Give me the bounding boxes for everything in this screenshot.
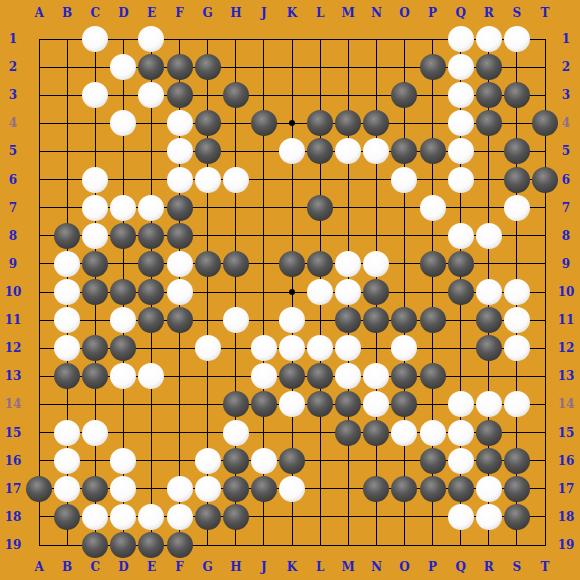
intersection-K11[interactable] xyxy=(278,306,306,334)
intersection-R8[interactable] xyxy=(475,222,503,250)
black-stone-D8[interactable] xyxy=(110,223,136,249)
black-stone-C9[interactable] xyxy=(82,251,108,277)
black-stone-C17[interactable] xyxy=(82,476,108,502)
intersection-N16[interactable] xyxy=(362,447,390,475)
black-stone-G2[interactable] xyxy=(195,54,221,80)
intersection-B6[interactable] xyxy=(53,166,81,194)
intersection-T6[interactable] xyxy=(531,166,559,194)
intersection-G16[interactable] xyxy=(194,447,222,475)
white-stone-G16[interactable] xyxy=(195,448,221,474)
intersection-N11[interactable] xyxy=(362,306,390,334)
black-stone-D12[interactable] xyxy=(110,335,136,361)
intersection-C8[interactable] xyxy=(81,222,109,250)
white-stone-R17[interactable] xyxy=(476,476,502,502)
intersection-A9[interactable] xyxy=(25,250,53,278)
intersection-K7[interactable] xyxy=(278,194,306,222)
black-stone-C10[interactable] xyxy=(82,279,108,305)
intersection-J1[interactable] xyxy=(250,25,278,53)
intersection-Q5[interactable] xyxy=(447,137,475,165)
intersection-R19[interactable] xyxy=(475,531,503,559)
intersection-D4[interactable] xyxy=(109,109,137,137)
intersection-L12[interactable] xyxy=(306,334,334,362)
black-stone-H17[interactable] xyxy=(223,476,249,502)
white-stone-D18[interactable] xyxy=(110,504,136,530)
white-stone-G17[interactable] xyxy=(195,476,221,502)
white-stone-H11[interactable] xyxy=(223,307,249,333)
intersection-B8[interactable] xyxy=(53,222,81,250)
black-stone-E11[interactable] xyxy=(138,307,164,333)
intersection-T16[interactable] xyxy=(531,447,559,475)
intersection-R16[interactable] xyxy=(475,447,503,475)
white-stone-M12[interactable] xyxy=(335,335,361,361)
black-stone-S18[interactable] xyxy=(504,504,530,530)
intersection-C11[interactable] xyxy=(81,306,109,334)
intersection-B10[interactable] xyxy=(53,278,81,306)
black-stone-D19[interactable] xyxy=(110,532,136,558)
intersection-F18[interactable] xyxy=(166,503,194,531)
black-stone-E9[interactable] xyxy=(138,251,164,277)
intersection-F12[interactable] xyxy=(166,334,194,362)
intersection-A6[interactable] xyxy=(25,166,53,194)
intersection-A7[interactable] xyxy=(25,194,53,222)
intersection-E13[interactable] xyxy=(137,362,165,390)
intersection-E14[interactable] xyxy=(137,390,165,418)
intersection-H10[interactable] xyxy=(222,278,250,306)
intersection-B12[interactable] xyxy=(53,334,81,362)
black-stone-S3[interactable] xyxy=(504,82,530,108)
intersection-B5[interactable] xyxy=(53,137,81,165)
intersection-C17[interactable] xyxy=(81,475,109,503)
white-stone-C18[interactable] xyxy=(82,504,108,530)
intersection-H6[interactable] xyxy=(222,166,250,194)
intersection-F10[interactable] xyxy=(166,278,194,306)
intersection-B2[interactable] xyxy=(53,53,81,81)
intersection-N12[interactable] xyxy=(362,334,390,362)
intersection-D14[interactable] xyxy=(109,390,137,418)
intersection-H18[interactable] xyxy=(222,503,250,531)
white-stone-F5[interactable] xyxy=(167,138,193,164)
intersection-S9[interactable] xyxy=(503,250,531,278)
intersection-O15[interactable] xyxy=(390,419,418,447)
black-stone-H14[interactable] xyxy=(223,391,249,417)
intersection-B1[interactable] xyxy=(53,25,81,53)
intersection-O5[interactable] xyxy=(390,137,418,165)
white-stone-D2[interactable] xyxy=(110,54,136,80)
black-stone-S6[interactable] xyxy=(504,167,530,193)
intersection-L8[interactable] xyxy=(306,222,334,250)
intersection-O11[interactable] xyxy=(390,306,418,334)
black-stone-F3[interactable] xyxy=(167,82,193,108)
black-stone-T6[interactable] xyxy=(532,167,558,193)
intersection-D15[interactable] xyxy=(109,419,137,447)
intersection-C1[interactable] xyxy=(81,25,109,53)
intersection-J8[interactable] xyxy=(250,222,278,250)
black-stone-G18[interactable] xyxy=(195,504,221,530)
intersection-T1[interactable] xyxy=(531,25,559,53)
intersection-P19[interactable] xyxy=(419,531,447,559)
intersection-P7[interactable] xyxy=(419,194,447,222)
intersection-J18[interactable] xyxy=(250,503,278,531)
black-stone-M14[interactable] xyxy=(335,391,361,417)
intersection-Q13[interactable] xyxy=(447,362,475,390)
black-stone-L4[interactable] xyxy=(307,110,333,136)
intersection-L3[interactable] xyxy=(306,81,334,109)
intersection-H3[interactable] xyxy=(222,81,250,109)
white-stone-P7[interactable] xyxy=(420,195,446,221)
intersection-O2[interactable] xyxy=(390,53,418,81)
intersection-H13[interactable] xyxy=(222,362,250,390)
intersection-C7[interactable] xyxy=(81,194,109,222)
intersection-P13[interactable] xyxy=(419,362,447,390)
black-stone-O13[interactable] xyxy=(391,363,417,389)
intersection-C13[interactable] xyxy=(81,362,109,390)
intersection-N9[interactable] xyxy=(362,250,390,278)
intersection-A8[interactable] xyxy=(25,222,53,250)
intersection-C15[interactable] xyxy=(81,419,109,447)
intersection-M16[interactable] xyxy=(334,447,362,475)
intersection-R7[interactable] xyxy=(475,194,503,222)
intersection-E3[interactable] xyxy=(137,81,165,109)
intersection-R2[interactable] xyxy=(475,53,503,81)
intersection-D6[interactable] xyxy=(109,166,137,194)
white-stone-L10[interactable] xyxy=(307,279,333,305)
intersection-S2[interactable] xyxy=(503,53,531,81)
intersection-A2[interactable] xyxy=(25,53,53,81)
white-stone-M13[interactable] xyxy=(335,363,361,389)
intersection-B17[interactable] xyxy=(53,475,81,503)
black-stone-L9[interactable] xyxy=(307,251,333,277)
intersection-F2[interactable] xyxy=(166,53,194,81)
intersection-N4[interactable] xyxy=(362,109,390,137)
intersection-K19[interactable] xyxy=(278,531,306,559)
black-stone-R4[interactable] xyxy=(476,110,502,136)
intersection-P1[interactable] xyxy=(419,25,447,53)
white-stone-Q1[interactable] xyxy=(448,26,474,52)
intersection-M11[interactable] xyxy=(334,306,362,334)
black-stone-H16[interactable] xyxy=(223,448,249,474)
black-stone-R16[interactable] xyxy=(476,448,502,474)
black-stone-P11[interactable] xyxy=(420,307,446,333)
intersection-F11[interactable] xyxy=(166,306,194,334)
intersection-C18[interactable] xyxy=(81,503,109,531)
black-stone-E19[interactable] xyxy=(138,532,164,558)
intersection-R13[interactable] xyxy=(475,362,503,390)
intersection-H5[interactable] xyxy=(222,137,250,165)
intersection-O12[interactable] xyxy=(390,334,418,362)
intersection-R15[interactable] xyxy=(475,419,503,447)
intersection-K15[interactable] xyxy=(278,419,306,447)
white-stone-E13[interactable] xyxy=(138,363,164,389)
intersection-A15[interactable] xyxy=(25,419,53,447)
intersection-A19[interactable] xyxy=(25,531,53,559)
intersection-R1[interactable] xyxy=(475,25,503,53)
intersection-H14[interactable] xyxy=(222,390,250,418)
intersection-O7[interactable] xyxy=(390,194,418,222)
intersection-L6[interactable] xyxy=(306,166,334,194)
intersection-R11[interactable] xyxy=(475,306,503,334)
intersection-S10[interactable] xyxy=(503,278,531,306)
intersection-M6[interactable] xyxy=(334,166,362,194)
intersection-Q6[interactable] xyxy=(447,166,475,194)
intersection-A5[interactable] xyxy=(25,137,53,165)
intersection-J12[interactable] xyxy=(250,334,278,362)
intersection-P8[interactable] xyxy=(419,222,447,250)
intersection-K4[interactable] xyxy=(278,109,306,137)
intersection-M9[interactable] xyxy=(334,250,362,278)
intersection-R3[interactable] xyxy=(475,81,503,109)
white-stone-F6[interactable] xyxy=(167,167,193,193)
intersection-M7[interactable] xyxy=(334,194,362,222)
white-stone-F17[interactable] xyxy=(167,476,193,502)
black-stone-F8[interactable] xyxy=(167,223,193,249)
intersection-T8[interactable] xyxy=(531,222,559,250)
intersection-D10[interactable] xyxy=(109,278,137,306)
intersection-P15[interactable] xyxy=(419,419,447,447)
intersection-J17[interactable] xyxy=(250,475,278,503)
black-stone-J4[interactable] xyxy=(251,110,277,136)
white-stone-F18[interactable] xyxy=(167,504,193,530)
intersection-T14[interactable] xyxy=(531,390,559,418)
intersection-G19[interactable] xyxy=(194,531,222,559)
white-stone-M9[interactable] xyxy=(335,251,361,277)
intersection-Q9[interactable] xyxy=(447,250,475,278)
white-stone-N14[interactable] xyxy=(363,391,389,417)
intersection-D8[interactable] xyxy=(109,222,137,250)
intersection-F8[interactable] xyxy=(166,222,194,250)
intersection-T7[interactable] xyxy=(531,194,559,222)
intersection-H7[interactable] xyxy=(222,194,250,222)
intersection-S3[interactable] xyxy=(503,81,531,109)
intersection-G10[interactable] xyxy=(194,278,222,306)
intersection-O6[interactable] xyxy=(390,166,418,194)
black-stone-T4[interactable] xyxy=(532,110,558,136)
intersection-H19[interactable] xyxy=(222,531,250,559)
intersection-J4[interactable] xyxy=(250,109,278,137)
intersection-F17[interactable] xyxy=(166,475,194,503)
black-stone-H9[interactable] xyxy=(223,251,249,277)
go-board[interactable] xyxy=(25,25,559,559)
intersection-G17[interactable] xyxy=(194,475,222,503)
white-stone-E3[interactable] xyxy=(138,82,164,108)
white-stone-M10[interactable] xyxy=(335,279,361,305)
black-stone-L7[interactable] xyxy=(307,195,333,221)
intersection-E7[interactable] xyxy=(137,194,165,222)
intersection-L16[interactable] xyxy=(306,447,334,475)
intersection-O17[interactable] xyxy=(390,475,418,503)
black-stone-K13[interactable] xyxy=(279,363,305,389)
intersection-M3[interactable] xyxy=(334,81,362,109)
intersection-G18[interactable] xyxy=(194,503,222,531)
black-stone-A17[interactable] xyxy=(26,476,52,502)
intersection-L10[interactable] xyxy=(306,278,334,306)
white-stone-Q3[interactable] xyxy=(448,82,474,108)
black-stone-L14[interactable] xyxy=(307,391,333,417)
black-stone-O5[interactable] xyxy=(391,138,417,164)
white-stone-K5[interactable] xyxy=(279,138,305,164)
white-stone-O6[interactable] xyxy=(391,167,417,193)
intersection-H11[interactable] xyxy=(222,306,250,334)
intersection-Q12[interactable] xyxy=(447,334,475,362)
intersection-G13[interactable] xyxy=(194,362,222,390)
intersection-D19[interactable] xyxy=(109,531,137,559)
intersection-T17[interactable] xyxy=(531,475,559,503)
intersection-O8[interactable] xyxy=(390,222,418,250)
intersection-S14[interactable] xyxy=(503,390,531,418)
black-stone-B18[interactable] xyxy=(54,504,80,530)
intersection-M12[interactable] xyxy=(334,334,362,362)
intersection-F19[interactable] xyxy=(166,531,194,559)
white-stone-C1[interactable] xyxy=(82,26,108,52)
intersection-S1[interactable] xyxy=(503,25,531,53)
white-stone-G6[interactable] xyxy=(195,167,221,193)
intersection-S5[interactable] xyxy=(503,137,531,165)
intersection-D17[interactable] xyxy=(109,475,137,503)
black-stone-R11[interactable] xyxy=(476,307,502,333)
intersection-R14[interactable] xyxy=(475,390,503,418)
intersection-P17[interactable] xyxy=(419,475,447,503)
intersection-G15[interactable] xyxy=(194,419,222,447)
intersection-F15[interactable] xyxy=(166,419,194,447)
intersection-L17[interactable] xyxy=(306,475,334,503)
intersection-T19[interactable] xyxy=(531,531,559,559)
black-stone-P13[interactable] xyxy=(420,363,446,389)
intersection-J5[interactable] xyxy=(250,137,278,165)
intersection-S4[interactable] xyxy=(503,109,531,137)
white-stone-S14[interactable] xyxy=(504,391,530,417)
intersection-A11[interactable] xyxy=(25,306,53,334)
white-stone-S10[interactable] xyxy=(504,279,530,305)
intersection-H2[interactable] xyxy=(222,53,250,81)
intersection-N1[interactable] xyxy=(362,25,390,53)
intersection-R6[interactable] xyxy=(475,166,503,194)
white-stone-C3[interactable] xyxy=(82,82,108,108)
intersection-K5[interactable] xyxy=(278,137,306,165)
black-stone-S5[interactable] xyxy=(504,138,530,164)
white-stone-C8[interactable] xyxy=(82,223,108,249)
black-stone-L13[interactable] xyxy=(307,363,333,389)
white-stone-E18[interactable] xyxy=(138,504,164,530)
white-stone-S12[interactable] xyxy=(504,335,530,361)
intersection-K10[interactable] xyxy=(278,278,306,306)
intersection-P16[interactable] xyxy=(419,447,447,475)
intersection-E9[interactable] xyxy=(137,250,165,278)
white-stone-S11[interactable] xyxy=(504,307,530,333)
intersection-F3[interactable] xyxy=(166,81,194,109)
intersection-D12[interactable] xyxy=(109,334,137,362)
intersection-D5[interactable] xyxy=(109,137,137,165)
intersection-B7[interactable] xyxy=(53,194,81,222)
intersection-J6[interactable] xyxy=(250,166,278,194)
intersection-P5[interactable] xyxy=(419,137,447,165)
intersection-B13[interactable] xyxy=(53,362,81,390)
intersection-K1[interactable] xyxy=(278,25,306,53)
intersection-G12[interactable] xyxy=(194,334,222,362)
intersection-L19[interactable] xyxy=(306,531,334,559)
intersection-C16[interactable] xyxy=(81,447,109,475)
intersection-T15[interactable] xyxy=(531,419,559,447)
intersection-O16[interactable] xyxy=(390,447,418,475)
black-stone-B13[interactable] xyxy=(54,363,80,389)
white-stone-F9[interactable] xyxy=(167,251,193,277)
intersection-G3[interactable] xyxy=(194,81,222,109)
intersection-L2[interactable] xyxy=(306,53,334,81)
intersection-H12[interactable] xyxy=(222,334,250,362)
intersection-E10[interactable] xyxy=(137,278,165,306)
intersection-N19[interactable] xyxy=(362,531,390,559)
intersection-K14[interactable] xyxy=(278,390,306,418)
black-stone-G9[interactable] xyxy=(195,251,221,277)
black-stone-S17[interactable] xyxy=(504,476,530,502)
intersection-S11[interactable] xyxy=(503,306,531,334)
intersection-O1[interactable] xyxy=(390,25,418,53)
white-stone-F10[interactable] xyxy=(167,279,193,305)
intersection-D2[interactable] xyxy=(109,53,137,81)
intersection-D7[interactable] xyxy=(109,194,137,222)
intersection-N10[interactable] xyxy=(362,278,390,306)
white-stone-B9[interactable] xyxy=(54,251,80,277)
white-stone-D4[interactable] xyxy=(110,110,136,136)
intersection-Q8[interactable] xyxy=(447,222,475,250)
intersection-P9[interactable] xyxy=(419,250,447,278)
black-stone-O17[interactable] xyxy=(391,476,417,502)
intersection-N6[interactable] xyxy=(362,166,390,194)
intersection-O14[interactable] xyxy=(390,390,418,418)
intersection-P10[interactable] xyxy=(419,278,447,306)
intersection-D16[interactable] xyxy=(109,447,137,475)
intersection-B9[interactable] xyxy=(53,250,81,278)
intersection-J16[interactable] xyxy=(250,447,278,475)
white-stone-J12[interactable] xyxy=(251,335,277,361)
black-stone-O11[interactable] xyxy=(391,307,417,333)
intersection-S12[interactable] xyxy=(503,334,531,362)
intersection-T5[interactable] xyxy=(531,137,559,165)
white-stone-B10[interactable] xyxy=(54,279,80,305)
black-stone-N17[interactable] xyxy=(363,476,389,502)
white-stone-R14[interactable] xyxy=(476,391,502,417)
intersection-L18[interactable] xyxy=(306,503,334,531)
intersection-M2[interactable] xyxy=(334,53,362,81)
intersection-B3[interactable] xyxy=(53,81,81,109)
intersection-G6[interactable] xyxy=(194,166,222,194)
white-stone-B11[interactable] xyxy=(54,307,80,333)
intersection-R5[interactable] xyxy=(475,137,503,165)
intersection-B14[interactable] xyxy=(53,390,81,418)
white-stone-D13[interactable] xyxy=(110,363,136,389)
white-stone-S7[interactable] xyxy=(504,195,530,221)
black-stone-P2[interactable] xyxy=(420,54,446,80)
black-stone-C13[interactable] xyxy=(82,363,108,389)
white-stone-J16[interactable] xyxy=(251,448,277,474)
intersection-L5[interactable] xyxy=(306,137,334,165)
black-stone-F11[interactable] xyxy=(167,307,193,333)
intersection-S6[interactable] xyxy=(503,166,531,194)
black-stone-N11[interactable] xyxy=(363,307,389,333)
intersection-E15[interactable] xyxy=(137,419,165,447)
white-stone-Q14[interactable] xyxy=(448,391,474,417)
intersection-J10[interactable] xyxy=(250,278,278,306)
white-stone-Q18[interactable] xyxy=(448,504,474,530)
intersection-O10[interactable] xyxy=(390,278,418,306)
white-stone-N13[interactable] xyxy=(363,363,389,389)
black-stone-P16[interactable] xyxy=(420,448,446,474)
intersection-A1[interactable] xyxy=(25,25,53,53)
black-stone-P9[interactable] xyxy=(420,251,446,277)
intersection-Q14[interactable] xyxy=(447,390,475,418)
intersection-T13[interactable] xyxy=(531,362,559,390)
intersection-A17[interactable] xyxy=(25,475,53,503)
intersection-M1[interactable] xyxy=(334,25,362,53)
intersection-G9[interactable] xyxy=(194,250,222,278)
